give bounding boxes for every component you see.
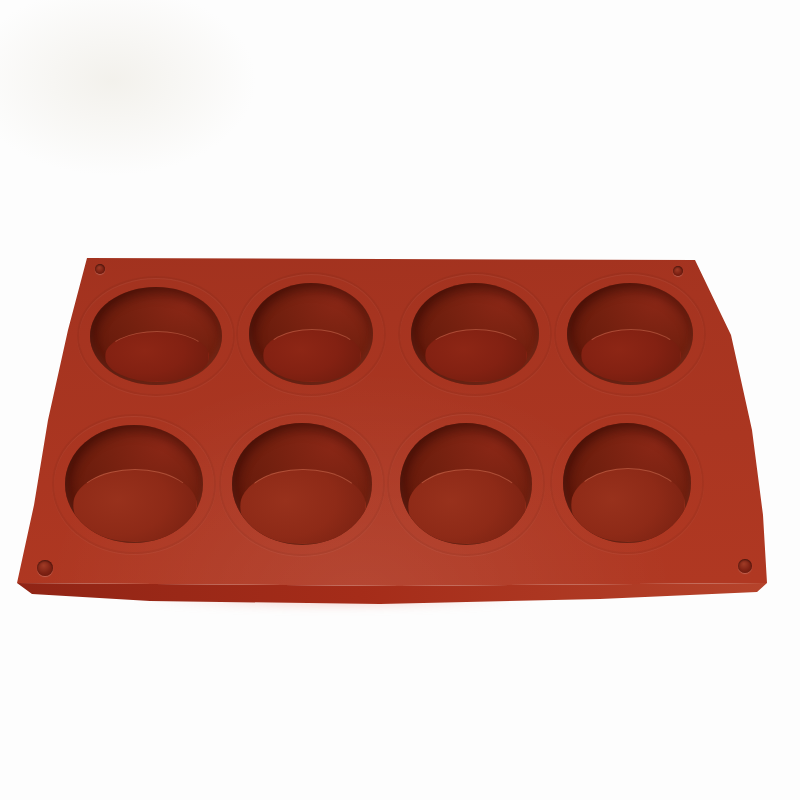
product-photo-silicone-mold — [0, 0, 800, 800]
cavity-floor — [105, 331, 210, 382]
corner-hole-4 — [738, 559, 752, 573]
cavity-opening — [567, 283, 693, 385]
mold-surface-sheen — [0, 0, 800, 800]
cavity-opening — [249, 283, 373, 385]
corner-hole-2 — [673, 266, 683, 276]
mold-cavity-4 — [567, 283, 693, 385]
cavity-floor — [581, 329, 681, 382]
cavity-opening — [400, 423, 532, 545]
cavity-opening — [65, 425, 203, 543]
mold-cavity-5 — [65, 425, 203, 543]
corner-hole-1 — [95, 264, 105, 274]
corner-hole-3 — [37, 560, 53, 576]
cavity-opening — [563, 423, 691, 543]
cavity-floor — [263, 329, 362, 382]
cavity-floor — [425, 329, 527, 382]
cavity-opening — [90, 287, 222, 385]
mold-cavity-8 — [563, 423, 691, 543]
silicone-mold — [0, 0, 800, 800]
cavity-opening — [411, 283, 539, 385]
mold-cavity-7 — [400, 423, 532, 545]
cavity-opening — [232, 423, 372, 545]
mold-cavity-1 — [90, 287, 222, 385]
mold-cavity-3 — [411, 283, 539, 385]
mold-cavity-2 — [249, 283, 373, 385]
mold-cavity-6 — [232, 423, 372, 545]
